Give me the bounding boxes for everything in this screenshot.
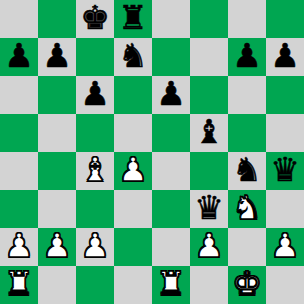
square-d2[interactable] (114, 228, 152, 266)
square-c4[interactable]: ♝ (76, 152, 114, 190)
square-g7[interactable]: ♟ (228, 38, 266, 76)
square-h3[interactable] (266, 190, 304, 228)
square-h2[interactable]: ♟ (266, 228, 304, 266)
square-c2[interactable]: ♟ (76, 228, 114, 266)
square-g3[interactable]: ♞ (228, 190, 266, 228)
square-b3[interactable] (38, 190, 76, 228)
piece-black-pawn[interactable]: ♟ (42, 37, 72, 75)
square-g1[interactable]: ♚ (228, 266, 266, 304)
square-b1[interactable] (38, 266, 76, 304)
square-f8[interactable] (190, 0, 228, 38)
piece-white-rook[interactable]: ♜ (4, 265, 34, 303)
square-a7[interactable]: ♟ (0, 38, 38, 76)
square-g2[interactable] (228, 228, 266, 266)
square-g6[interactable] (228, 76, 266, 114)
square-b6[interactable] (38, 76, 76, 114)
square-e7[interactable] (152, 38, 190, 76)
piece-black-bishop[interactable]: ♝ (194, 113, 224, 151)
square-c1[interactable] (76, 266, 114, 304)
square-h4[interactable]: ♛ (266, 152, 304, 190)
piece-black-knight[interactable]: ♞ (118, 37, 148, 75)
square-b4[interactable] (38, 152, 76, 190)
piece-white-rook[interactable]: ♜ (156, 265, 186, 303)
square-d5[interactable] (114, 114, 152, 152)
piece-white-pawn[interactable]: ♟ (270, 227, 300, 265)
piece-black-queen[interactable]: ♛ (270, 151, 300, 189)
square-h8[interactable] (266, 0, 304, 38)
square-c7[interactable] (76, 38, 114, 76)
square-d4[interactable]: ♟ (114, 152, 152, 190)
chess-board: ♚♜♟♟♞♟♟♟♟♝♝♟♞♛♛♞♟♟♟♟♟♜♜♚ (0, 0, 304, 304)
piece-white-pawn[interactable]: ♟ (194, 227, 224, 265)
square-a4[interactable] (0, 152, 38, 190)
piece-white-king[interactable]: ♚ (232, 265, 262, 303)
square-f2[interactable]: ♟ (190, 228, 228, 266)
square-d6[interactable] (114, 76, 152, 114)
square-f4[interactable] (190, 152, 228, 190)
square-b8[interactable] (38, 0, 76, 38)
square-a6[interactable] (0, 76, 38, 114)
square-e3[interactable] (152, 190, 190, 228)
square-d1[interactable] (114, 266, 152, 304)
piece-white-knight[interactable]: ♞ (232, 189, 262, 227)
square-b5[interactable] (38, 114, 76, 152)
square-d8[interactable]: ♜ (114, 0, 152, 38)
square-g5[interactable] (228, 114, 266, 152)
piece-black-pawn[interactable]: ♟ (232, 37, 262, 75)
square-c8[interactable]: ♚ (76, 0, 114, 38)
square-c5[interactable] (76, 114, 114, 152)
square-f5[interactable]: ♝ (190, 114, 228, 152)
square-g4[interactable]: ♞ (228, 152, 266, 190)
square-f7[interactable] (190, 38, 228, 76)
square-a2[interactable]: ♟ (0, 228, 38, 266)
square-h7[interactable]: ♟ (266, 38, 304, 76)
piece-black-pawn[interactable]: ♟ (80, 75, 110, 113)
square-b7[interactable]: ♟ (38, 38, 76, 76)
square-h6[interactable] (266, 76, 304, 114)
square-e8[interactable] (152, 0, 190, 38)
square-h1[interactable] (266, 266, 304, 304)
square-e1[interactable]: ♜ (152, 266, 190, 304)
square-f6[interactable] (190, 76, 228, 114)
square-f3[interactable]: ♛ (190, 190, 228, 228)
piece-black-knight[interactable]: ♞ (232, 151, 262, 189)
square-b2[interactable]: ♟ (38, 228, 76, 266)
square-a1[interactable]: ♜ (0, 266, 38, 304)
piece-white-pawn[interactable]: ♟ (42, 227, 72, 265)
square-d7[interactable]: ♞ (114, 38, 152, 76)
square-a8[interactable] (0, 0, 38, 38)
square-h5[interactable] (266, 114, 304, 152)
piece-black-rook[interactable]: ♜ (118, 0, 148, 37)
square-c3[interactable] (76, 190, 114, 228)
square-e4[interactable] (152, 152, 190, 190)
square-e2[interactable] (152, 228, 190, 266)
square-d3[interactable] (114, 190, 152, 228)
piece-black-pawn[interactable]: ♟ (4, 37, 34, 75)
piece-white-pawn[interactable]: ♟ (118, 151, 148, 189)
piece-white-pawn[interactable]: ♟ (4, 227, 34, 265)
piece-black-king[interactable]: ♚ (80, 0, 110, 37)
square-e5[interactable] (152, 114, 190, 152)
square-a3[interactable] (0, 190, 38, 228)
piece-white-pawn[interactable]: ♟ (80, 227, 110, 265)
square-g8[interactable] (228, 0, 266, 38)
piece-black-queen[interactable]: ♛ (194, 189, 224, 227)
piece-white-bishop[interactable]: ♝ (80, 151, 110, 189)
piece-black-pawn[interactable]: ♟ (156, 75, 186, 113)
square-c6[interactable]: ♟ (76, 76, 114, 114)
square-e6[interactable]: ♟ (152, 76, 190, 114)
square-a5[interactable] (0, 114, 38, 152)
piece-black-pawn[interactable]: ♟ (270, 37, 300, 75)
square-f1[interactable] (190, 266, 228, 304)
